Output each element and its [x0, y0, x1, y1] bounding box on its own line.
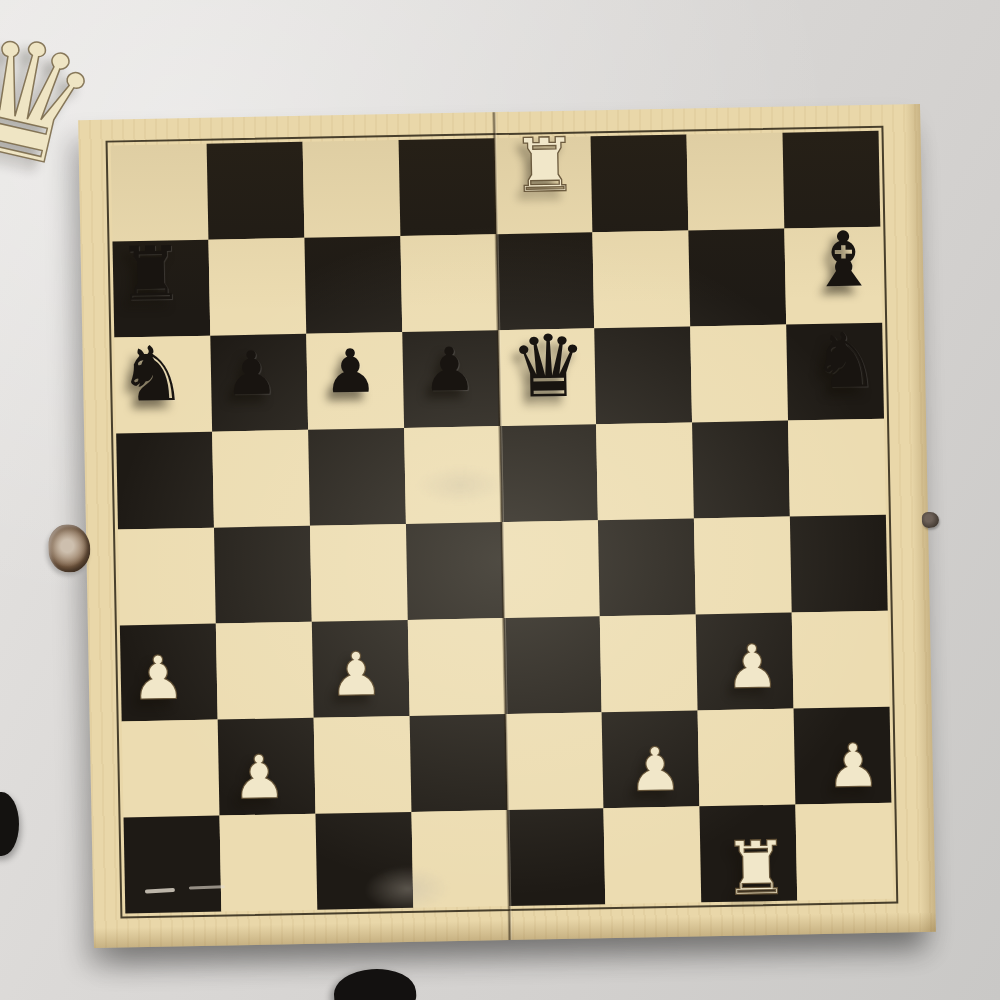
- piece-white-pawn-f2[interactable]: ♟: [628, 739, 683, 800]
- left-clasp-icon: [48, 524, 91, 573]
- square-b2[interactable]: ♟: [218, 718, 316, 816]
- square-f6[interactable]: [594, 326, 692, 424]
- square-f3[interactable]: [600, 614, 698, 712]
- square-b1[interactable]: [220, 814, 318, 912]
- piece-white-pawn-c3[interactable]: ♟: [329, 644, 384, 705]
- piece-black-pawn-c6[interactable]: ♟: [323, 341, 378, 402]
- table-surface: { "game": "chess", "scene": { "descripti…: [0, 0, 1000, 1000]
- offboard-black-piece-bottom[interactable]: [332, 966, 417, 1000]
- square-h7[interactable]: ♝: [784, 227, 882, 325]
- square-f8[interactable]: [591, 134, 689, 232]
- square-c4[interactable]: [310, 524, 408, 622]
- square-f2[interactable]: ♟: [602, 710, 700, 808]
- square-h5[interactable]: [788, 419, 886, 517]
- right-catch-icon: [922, 512, 939, 528]
- square-b6[interactable]: ♟: [210, 334, 308, 432]
- square-a3[interactable]: ♟: [120, 624, 218, 722]
- square-d5[interactable]: [404, 426, 502, 524]
- square-a1[interactable]: [124, 816, 222, 914]
- square-c6[interactable]: ♟: [306, 332, 404, 430]
- square-a4[interactable]: [118, 528, 216, 626]
- square-c8[interactable]: [303, 140, 401, 238]
- square-d4[interactable]: [406, 522, 504, 620]
- piece-white-rook-e8[interactable]: ♜: [511, 127, 579, 202]
- piece-white-pawn-g3[interactable]: ♟: [725, 636, 780, 697]
- square-d1[interactable]: [411, 810, 509, 908]
- square-g1[interactable]: ♜: [699, 805, 797, 903]
- piece-black-pawn-d6[interactable]: ♟: [422, 339, 477, 400]
- square-f5[interactable]: [596, 422, 694, 520]
- square-b5[interactable]: [212, 430, 310, 528]
- square-h4[interactable]: [790, 515, 888, 613]
- square-g5[interactable]: [692, 421, 790, 519]
- square-h2[interactable]: ♟: [794, 707, 892, 805]
- piece-black-pawn-b6[interactable]: ♟: [224, 342, 279, 403]
- piece-black-rook-a7[interactable]: ♜: [117, 236, 185, 311]
- square-a6[interactable]: ♞: [114, 336, 212, 434]
- square-a5[interactable]: [116, 432, 214, 530]
- piece-white-pawn-b2[interactable]: ♟: [232, 746, 287, 807]
- square-g3[interactable]: ♟: [696, 613, 794, 711]
- square-e4[interactable]: [502, 520, 600, 618]
- square-b7[interactable]: [208, 238, 306, 336]
- square-c5[interactable]: [308, 428, 406, 526]
- square-b3[interactable]: [216, 622, 314, 720]
- square-d2[interactable]: [410, 714, 508, 812]
- square-a2[interactable]: [122, 720, 220, 818]
- square-g6[interactable]: [690, 325, 788, 423]
- square-c3[interactable]: ♟: [312, 620, 410, 718]
- square-e5[interactable]: [500, 424, 598, 522]
- piece-white-pawn-h2[interactable]: ♟: [826, 735, 881, 796]
- square-d7[interactable]: [400, 234, 498, 332]
- square-f1[interactable]: [603, 806, 701, 904]
- offboard-black-piece-left[interactable]: [0, 792, 19, 856]
- square-e1[interactable]: [507, 808, 605, 906]
- square-h6[interactable]: ♞: [786, 323, 884, 421]
- square-b8[interactable]: [207, 142, 305, 240]
- square-c2[interactable]: [314, 716, 412, 814]
- square-b4[interactable]: [214, 526, 312, 624]
- piece-black-knight-a6[interactable]: ♞: [118, 336, 188, 413]
- square-e8[interactable]: ♜: [495, 136, 593, 234]
- square-g8[interactable]: [687, 133, 785, 231]
- square-a7[interactable]: ♜: [112, 240, 210, 338]
- square-g7[interactable]: [688, 229, 786, 327]
- square-h1[interactable]: [795, 803, 893, 901]
- square-g4[interactable]: [694, 517, 792, 615]
- square-c7[interactable]: [304, 236, 402, 334]
- square-h3[interactable]: [792, 611, 890, 709]
- square-g2[interactable]: [698, 709, 796, 807]
- piece-white-pawn-a3[interactable]: ♟: [131, 647, 186, 708]
- square-c1[interactable]: [315, 812, 413, 910]
- piece-black-knight-h6[interactable]: ♞: [811, 322, 881, 399]
- square-d6[interactable]: ♟: [402, 330, 500, 428]
- square-f7[interactable]: [592, 230, 690, 328]
- square-e2[interactable]: [506, 712, 604, 810]
- square-a8[interactable]: [111, 144, 209, 242]
- square-d3[interactable]: [408, 618, 506, 716]
- square-f4[interactable]: [598, 518, 696, 616]
- chess-board: ♜♜♝♞♟♟♟♛♞♟♟♟♟♟♟♜: [78, 104, 936, 948]
- piece-white-rook-g1[interactable]: ♜: [722, 830, 790, 905]
- square-d8[interactable]: [399, 138, 497, 236]
- piece-black-queen-e6[interactable]: ♛: [509, 323, 588, 410]
- square-e6[interactable]: ♛: [498, 328, 596, 426]
- square-e3[interactable]: [504, 616, 602, 714]
- piece-black-bishop-h7[interactable]: ♝: [809, 221, 879, 298]
